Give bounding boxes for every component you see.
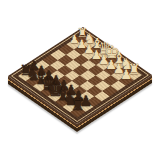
chess-set-photo: ♜♞♟♝♟♛♟♚♟♝♟♞♟♟♜♟♟♜♟♟♞♟♝♟♛♟♚♟♝♟♞♜ xyxy=(0,0,159,160)
piece-black-rook: ♜ xyxy=(70,97,85,113)
piece-white-pawn: ♟ xyxy=(120,69,132,82)
